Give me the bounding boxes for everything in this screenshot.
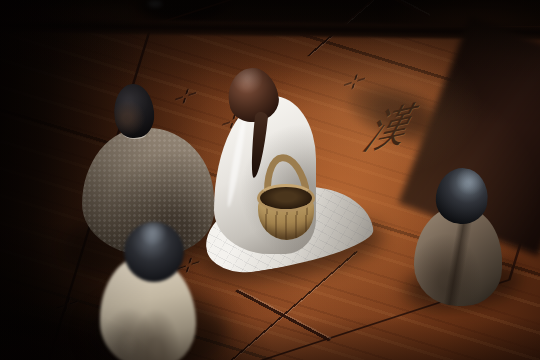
photo-scene: 楚河 漢界 xyxy=(0,0,540,360)
figurine-front-monk xyxy=(0,0,540,360)
front-monk-head xyxy=(124,222,184,282)
